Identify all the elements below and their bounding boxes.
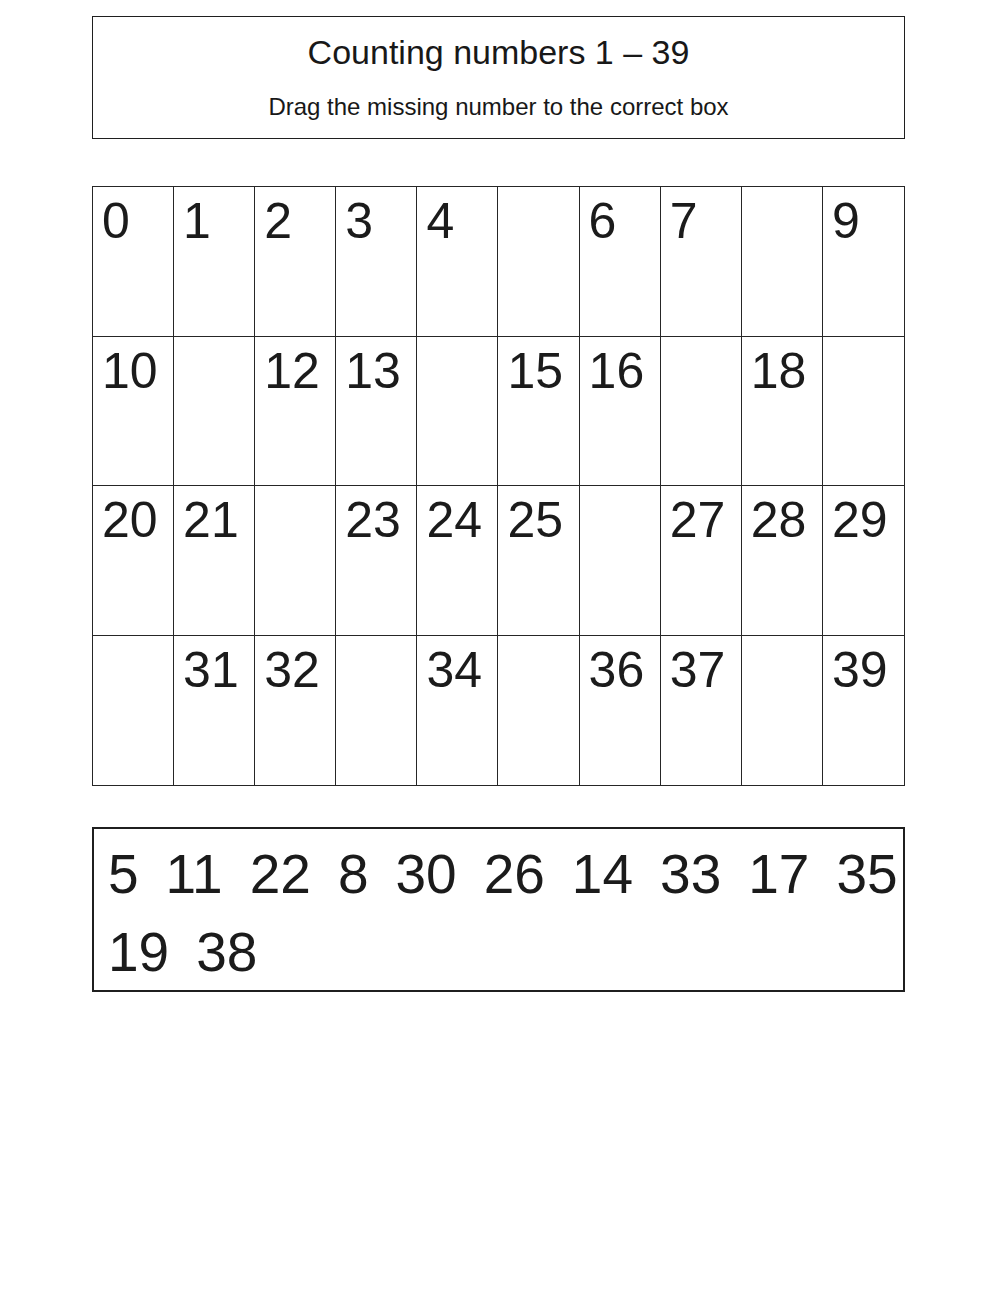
grid-cell-r3-c1: 20 [93, 486, 174, 636]
grid-cell-r4-c5: 34 [417, 636, 498, 786]
grid-cell-r3-c7[interactable] [580, 486, 661, 636]
grid-cell-r2-c4: 13 [336, 337, 417, 487]
grid-cell-r2-c2[interactable] [174, 337, 255, 487]
grid-cell-r3-c4: 23 [336, 486, 417, 636]
grid-cell-r4-c7: 36 [580, 636, 661, 786]
bank-number-14[interactable]: 14 [572, 835, 633, 913]
grid-cell-r2-c9: 18 [742, 337, 823, 487]
bank-number-5[interactable]: 5 [108, 835, 139, 913]
grid-cell-r1-c6[interactable] [498, 187, 579, 337]
bank-number-30[interactable]: 30 [395, 835, 456, 913]
bank-number-19[interactable]: 19 [108, 913, 169, 991]
bank-number-26[interactable]: 26 [484, 835, 545, 913]
grid-cell-r4-c6[interactable] [498, 636, 579, 786]
grid-cell-r3-c2: 21 [174, 486, 255, 636]
grid-cell-r4-c10: 39 [823, 636, 904, 786]
grid-cell-r2-c7: 16 [580, 337, 661, 487]
bank-number-35[interactable]: 35 [836, 835, 897, 913]
bank-number-17[interactable]: 17 [748, 835, 809, 913]
grid-cell-r4-c9[interactable] [742, 636, 823, 786]
grid-cell-r2-c6: 15 [498, 337, 579, 487]
grid-cell-r1-c10: 9 [823, 187, 904, 337]
bank-number-8[interactable]: 8 [338, 835, 369, 913]
bank-number-38[interactable]: 38 [196, 913, 257, 991]
grid-cell-r3-c3[interactable] [255, 486, 336, 636]
grid-cell-r1-c3: 2 [255, 187, 336, 337]
grid-cell-r4-c8: 37 [661, 636, 742, 786]
grid-cell-r2-c10[interactable] [823, 337, 904, 487]
grid-cell-r4-c3: 32 [255, 636, 336, 786]
grid-cell-r4-c4[interactable] [336, 636, 417, 786]
number-grid: 0123467910121315161820212324252728293132… [92, 186, 905, 786]
grid-cell-r1-c5: 4 [417, 187, 498, 337]
worksheet-title: Counting numbers 1 – 39 [93, 31, 904, 73]
grid-cell-r1-c8: 7 [661, 187, 742, 337]
title-box: Counting numbers 1 – 39 Drag the missing… [92, 16, 905, 139]
grid-cell-r1-c1: 0 [93, 187, 174, 337]
grid-cell-r3-c10: 29 [823, 486, 904, 636]
grid-cell-r2-c5[interactable] [417, 337, 498, 487]
grid-cell-r2-c3: 12 [255, 337, 336, 487]
bank-number-22[interactable]: 22 [250, 835, 311, 913]
grid-cell-r1-c7: 6 [580, 187, 661, 337]
grid-cell-r4-c1[interactable] [93, 636, 174, 786]
grid-cell-r3-c9: 28 [742, 486, 823, 636]
grid-cell-r3-c5: 24 [417, 486, 498, 636]
bank-number-33[interactable]: 33 [660, 835, 721, 913]
grid-cell-r1-c4: 3 [336, 187, 417, 337]
bank-row-1: 511228302614331735 [108, 835, 889, 913]
grid-cell-r2-c8[interactable] [661, 337, 742, 487]
bank-row-2: 1938 [108, 913, 889, 991]
number-bank: 5112283026143317351938 [92, 827, 905, 992]
grid-cell-r1-c2: 1 [174, 187, 255, 337]
grid-cell-r3-c8: 27 [661, 486, 742, 636]
worksheet-instructions: Drag the missing number to the correct b… [93, 91, 904, 122]
grid-cell-r1-c9[interactable] [742, 187, 823, 337]
grid-cell-r3-c6: 25 [498, 486, 579, 636]
grid-cell-r2-c1: 10 [93, 337, 174, 487]
bank-number-11[interactable]: 11 [166, 835, 223, 913]
grid-cell-r4-c2: 31 [174, 636, 255, 786]
